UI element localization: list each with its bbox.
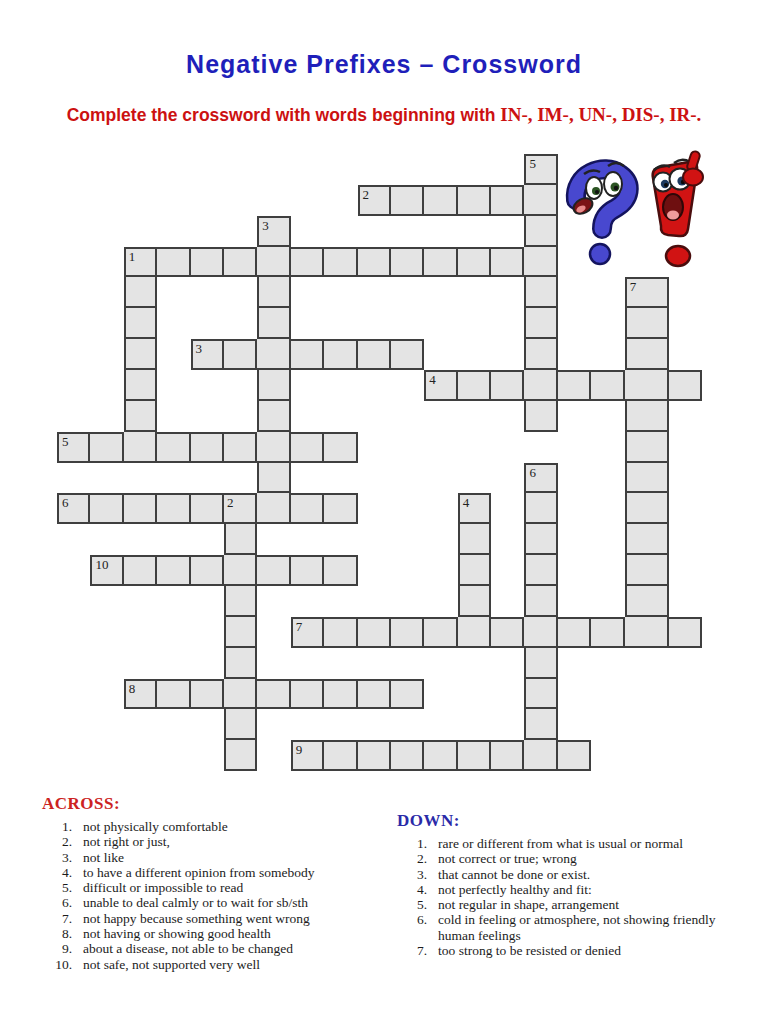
grid-cell[interactable] — [157, 555, 190, 586]
grid-cell[interactable] — [90, 432, 123, 463]
grid-cell[interactable] — [524, 679, 557, 710]
grid-cell[interactable] — [224, 432, 257, 463]
grid-cell[interactable] — [191, 432, 224, 463]
clue-number: 4 — [463, 495, 470, 510]
grid-cell[interactable] — [524, 493, 557, 524]
grid-cell[interactable] — [124, 493, 157, 524]
down-clues: DOWN: 1.rare or different from what is u… — [397, 811, 737, 958]
grid-cell[interactable] — [669, 370, 702, 401]
clue-item-text: not right or just, — [83, 834, 170, 849]
grid-cell[interactable] — [124, 277, 157, 308]
grid-cell[interactable] — [257, 432, 290, 463]
grid-cell[interactable] — [491, 617, 524, 648]
grid-cell[interactable] — [257, 308, 290, 339]
clue-item-number: 9. — [42, 941, 72, 956]
across-clues: ACROSS: 1.not physically comfortable2.no… — [42, 794, 394, 972]
grid-cell[interactable] — [524, 370, 557, 401]
clue-item: 3.that cannot be done or exist. — [397, 867, 737, 882]
grid-cell[interactable] — [669, 617, 702, 648]
clue-item-text: too strong to be resisted or denied — [438, 943, 621, 958]
clue-item-text: not like — [83, 850, 124, 865]
grid-cell[interactable] — [524, 339, 557, 370]
grid-cell[interactable] — [257, 493, 290, 524]
clue-item: 9.about a disease, not able to be change… — [42, 941, 394, 956]
clue-item-text: not correct or true; wrong — [438, 851, 577, 866]
grid-cell[interactable] — [291, 493, 324, 524]
grid-cell[interactable] — [524, 308, 557, 339]
clue-item: 5.difficult or impossible to read — [42, 880, 394, 895]
grid-cell[interactable] — [157, 432, 190, 463]
grid-cell[interactable] — [291, 555, 324, 586]
punctuation-clipart — [556, 150, 706, 278]
grid-cell[interactable] — [191, 555, 224, 586]
page-title: Negative Prefixes – Crossword — [0, 50, 768, 79]
grid-cell[interactable]: 10 — [90, 555, 123, 586]
grid-cell[interactable] — [625, 308, 669, 339]
clue-item-number: 7. — [397, 943, 427, 958]
grid-cell[interactable] — [558, 740, 591, 771]
grid-cell[interactable] — [324, 432, 357, 463]
clue-item-text: not perfectly healthy and fit: — [438, 882, 592, 897]
grid-cell[interactable] — [358, 679, 391, 710]
clue-number: 9 — [296, 742, 303, 757]
grid-cell[interactable] — [191, 679, 224, 710]
grid-cell[interactable] — [491, 185, 524, 216]
clue-item: 1.not physically comfortable — [42, 819, 394, 834]
grid-cell[interactable] — [291, 339, 324, 370]
grid-cell[interactable] — [224, 740, 257, 771]
clue-item-text: cold in feeling or atmosphere, not showi… — [438, 912, 723, 943]
grid-cell[interactable] — [324, 247, 357, 278]
grid-cell[interactable] — [424, 617, 457, 648]
clue-item: 3.not like — [42, 850, 394, 865]
grid-cell[interactable] — [625, 493, 669, 524]
grid-cell[interactable] — [524, 648, 557, 679]
clue-item: 4.to have a different opinion from someb… — [42, 865, 394, 880]
grid-cell[interactable]: 8 — [124, 679, 157, 710]
grid-cell[interactable] — [391, 339, 424, 370]
grid-cell[interactable] — [458, 524, 491, 555]
grid-cell[interactable] — [224, 617, 257, 648]
grid-cell[interactable]: 7 — [625, 277, 669, 308]
clue-item: 2.not correct or true; wrong — [397, 851, 737, 866]
grid-cell[interactable] — [625, 339, 669, 370]
grid-cell[interactable] — [391, 679, 424, 710]
clue-item-text: unable to deal calmly or to wait for sb/… — [83, 895, 308, 910]
grid-cell[interactable] — [424, 247, 457, 278]
clue-item-text: about a disease, not able to be changed — [83, 941, 293, 956]
grid-cell[interactable] — [324, 740, 357, 771]
grid-cell[interactable] — [157, 247, 190, 278]
grid-cell[interactable] — [458, 247, 491, 278]
clue-item: 7.too strong to be resisted or denied — [397, 943, 737, 958]
across-heading: ACROSS: — [42, 794, 394, 814]
grid-cell[interactable] — [257, 463, 290, 494]
worksheet-page: { "game": "crossword", "title": "Negativ… — [0, 0, 768, 1024]
clue-number: 6 — [62, 495, 69, 510]
grid-cell[interactable] — [458, 740, 491, 771]
grid-cell[interactable]: 1 — [124, 247, 157, 278]
grid-cell[interactable] — [625, 617, 669, 648]
clue-item-text: not safe, not supported very well — [83, 957, 260, 972]
grid-cell[interactable] — [458, 617, 491, 648]
grid-cell[interactable] — [491, 740, 524, 771]
clue-item-text: not happy because something went wrong — [83, 911, 310, 926]
grid-cell[interactable]: 7 — [291, 617, 324, 648]
clue-item: 1.rare or different from what is usual o… — [397, 836, 737, 851]
clue-item-number: 4. — [42, 865, 72, 880]
grid-cell[interactable] — [291, 679, 324, 710]
grid-cell[interactable] — [257, 555, 290, 586]
grid-cell[interactable]: 3 — [191, 339, 224, 370]
grid-cell[interactable] — [291, 247, 324, 278]
grid-cell[interactable] — [558, 617, 591, 648]
grid-cell[interactable] — [424, 185, 457, 216]
grid-cell[interactable] — [424, 740, 457, 771]
clue-item: 8.not having or showing good health — [42, 926, 394, 941]
grid-cell[interactable] — [625, 555, 669, 586]
grid-cell[interactable] — [458, 555, 491, 586]
grid-cell[interactable] — [358, 339, 391, 370]
grid-cell[interactable] — [524, 586, 557, 617]
clue-item-number: 2. — [42, 834, 72, 849]
grid-cell[interactable] — [524, 247, 557, 278]
grid-cell[interactable] — [625, 401, 669, 432]
clue-item-number: 10. — [42, 957, 72, 972]
grid-cell[interactable] — [257, 247, 290, 278]
clue-number: 4 — [429, 372, 436, 387]
clue-item-number: 2. — [397, 851, 427, 866]
clue-number: 8 — [129, 681, 136, 696]
clue-number: 3 — [262, 218, 269, 233]
grid-cell[interactable] — [324, 679, 357, 710]
clue-item: 6.unable to deal calmly or to wait for s… — [42, 895, 394, 910]
grid-cell[interactable] — [524, 401, 557, 432]
question-dot — [590, 244, 610, 264]
grid-cell[interactable] — [124, 401, 157, 432]
clue-number: 10 — [95, 557, 108, 572]
grid-cell[interactable] — [324, 339, 357, 370]
down-list: 1.rare or different from what is usual o… — [397, 836, 737, 958]
grid-cell[interactable] — [224, 339, 257, 370]
grid-cell[interactable] — [124, 370, 157, 401]
grid-cell[interactable] — [524, 740, 557, 771]
grid-cell[interactable] — [391, 740, 424, 771]
grid-cell[interactable] — [391, 185, 424, 216]
down-heading: DOWN: — [397, 811, 737, 831]
grid-cell[interactable] — [524, 617, 557, 648]
grid-cell[interactable] — [625, 370, 669, 401]
grid-cell[interactable] — [458, 370, 491, 401]
clue-item-number: 4. — [397, 882, 427, 897]
clue-item-number: 5. — [42, 880, 72, 895]
grid-cell[interactable] — [90, 493, 123, 524]
clue-item-number: 1. — [397, 836, 427, 851]
grid-cell[interactable] — [558, 370, 591, 401]
grid-cell[interactable]: 9 — [291, 740, 324, 771]
instructions-line: Complete the crossword with words beginn… — [0, 104, 768, 126]
clue-number: 7 — [296, 619, 303, 634]
clue-number: 1 — [129, 249, 136, 264]
grid-cell[interactable] — [124, 432, 157, 463]
grid-cell[interactable] — [124, 308, 157, 339]
grid-cell[interactable] — [391, 247, 424, 278]
grid-cell[interactable] — [524, 709, 557, 740]
clue-item-number: 8. — [42, 926, 72, 941]
clue-item-number: 6. — [397, 912, 427, 943]
grid-cell[interactable]: 3 — [257, 216, 290, 247]
clue-number: 2 — [227, 495, 234, 510]
across-list: 1.not physically comfortable2.not right … — [42, 819, 394, 972]
grid-cell[interactable] — [157, 679, 190, 710]
grid-cell[interactable] — [224, 555, 257, 586]
clue-item: 5.not regular in shape, arrangement — [397, 897, 737, 912]
grid-cell[interactable] — [491, 247, 524, 278]
grid-cell[interactable]: 5 — [524, 154, 557, 185]
grid-cell[interactable] — [224, 679, 257, 710]
grid-cell[interactable]: 5 — [57, 432, 90, 463]
grid-cell[interactable] — [524, 185, 557, 216]
grid-cell[interactable] — [625, 463, 669, 494]
grid-cell[interactable] — [458, 586, 491, 617]
grid-cell[interactable]: 2 — [224, 493, 257, 524]
clue-number: 5 — [529, 156, 536, 171]
clue-item: 10.not safe, not supported very well — [42, 957, 394, 972]
grid-cell[interactable] — [224, 709, 257, 740]
clue-item-text: not having or showing good health — [83, 926, 271, 941]
clue-item-number: 3. — [42, 850, 72, 865]
grid-cell[interactable]: 4 — [458, 493, 491, 524]
clue-number: 5 — [62, 434, 69, 449]
grid-cell[interactable] — [224, 648, 257, 679]
grid-cell[interactable] — [257, 277, 290, 308]
question-mark-character — [571, 163, 629, 264]
grid-cell[interactable] — [224, 586, 257, 617]
grid-cell[interactable] — [625, 524, 669, 555]
grid-cell[interactable] — [491, 370, 524, 401]
grid-cell[interactable] — [625, 432, 669, 463]
clue-item: 2.not right or just, — [42, 834, 394, 849]
clue-item-text: not regular in shape, arrangement — [438, 897, 619, 912]
clue-number: 2 — [363, 187, 370, 202]
grid-cell[interactable]: 6 — [524, 463, 557, 494]
clue-item-text: not physically comfortable — [83, 819, 228, 834]
grid-cell[interactable] — [257, 401, 290, 432]
grid-cell[interactable] — [324, 555, 357, 586]
clue-item-number: 3. — [397, 867, 427, 882]
grid-cell[interactable] — [391, 617, 424, 648]
clue-item-number: 6. — [42, 895, 72, 910]
grid-cell[interactable] — [524, 216, 557, 247]
grid-cell[interactable] — [524, 524, 557, 555]
grid-cell[interactable]: 4 — [424, 370, 457, 401]
grid-cell[interactable] — [358, 617, 391, 648]
grid-cell[interactable] — [524, 555, 557, 586]
grid-cell[interactable] — [291, 432, 324, 463]
grid-cell[interactable] — [191, 493, 224, 524]
clue-item-text: rare or different from what is usual or … — [438, 836, 683, 851]
exclamation-dot — [666, 246, 690, 266]
grid-cell[interactable]: 2 — [358, 185, 391, 216]
prefix-list: IN-, IM-, UN-, DIS-, IR-. — [500, 104, 701, 125]
grid-cell[interactable] — [257, 339, 290, 370]
clue-item-number: 1. — [42, 819, 72, 834]
grid-cell[interactable] — [324, 617, 357, 648]
grid-cell[interactable] — [591, 617, 624, 648]
clue-number: 7 — [630, 279, 637, 294]
clue-number: 6 — [529, 465, 536, 480]
clue-item: 7.not happy because something went wrong — [42, 911, 394, 926]
grid-cell[interactable] — [458, 185, 491, 216]
grid-cell[interactable]: 6 — [57, 493, 90, 524]
clue-item: 4.not perfectly healthy and fit: — [397, 882, 737, 897]
grid-cell[interactable] — [124, 555, 157, 586]
grid-cell[interactable] — [191, 247, 224, 278]
grid-cell[interactable] — [358, 247, 391, 278]
clue-item: 6.cold in feeling or atmosphere, not sho… — [397, 912, 737, 943]
grid-cell[interactable] — [257, 679, 290, 710]
grid-cell[interactable] — [157, 493, 190, 524]
grid-cell[interactable] — [224, 247, 257, 278]
grid-cell[interactable] — [524, 277, 557, 308]
grid-cell[interactable] — [224, 524, 257, 555]
clue-item-number: 5. — [397, 897, 427, 912]
clue-item-text: to have a different opinion from somebod… — [83, 865, 314, 880]
grid-cell[interactable] — [124, 339, 157, 370]
grid-cell[interactable] — [257, 370, 290, 401]
grid-cell[interactable] — [324, 493, 357, 524]
grid-cell[interactable] — [358, 740, 391, 771]
clue-item-text: that cannot be done or exist. — [438, 867, 590, 882]
clue-number: 3 — [196, 341, 203, 356]
instructions-text: Complete the crossword with words beginn… — [67, 105, 501, 125]
grid-cell[interactable] — [591, 370, 624, 401]
clue-item-number: 7. — [42, 911, 72, 926]
clue-item-text: difficult or impossible to read — [83, 880, 243, 895]
grid-cell[interactable] — [625, 586, 669, 617]
